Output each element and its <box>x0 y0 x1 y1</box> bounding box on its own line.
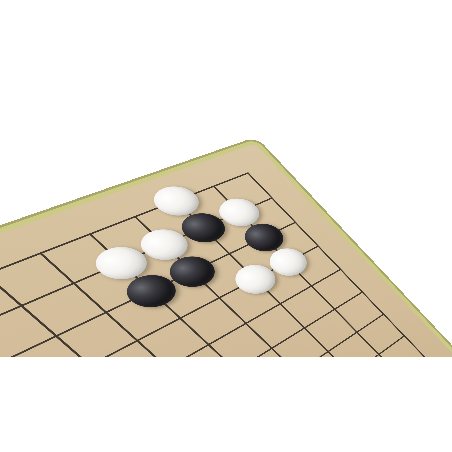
photo-bottom-crop <box>0 357 452 452</box>
go-board-photo <box>0 0 452 452</box>
